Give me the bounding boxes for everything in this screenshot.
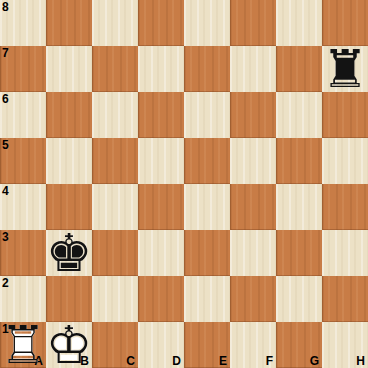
file-label-d: D	[172, 355, 181, 368]
square-e4[interactable]	[184, 184, 230, 230]
square-c5[interactable]	[92, 138, 138, 184]
rank-label-6: 6	[2, 92, 9, 106]
square-e7[interactable]	[184, 46, 230, 92]
square-g4[interactable]	[276, 184, 322, 230]
square-b5[interactable]	[46, 138, 92, 184]
black-king-glyph: ♚	[46, 230, 92, 276]
white-king-outline-glyph: ♔	[46, 322, 92, 368]
rank-label-2: 2	[2, 276, 9, 290]
square-g7[interactable]	[276, 46, 322, 92]
square-h1[interactable]: H	[322, 322, 368, 368]
square-e6[interactable]	[184, 92, 230, 138]
square-c3[interactable]	[92, 230, 138, 276]
square-b1[interactable]: B♚♔	[46, 322, 92, 368]
rank-label-4: 4	[2, 184, 9, 198]
square-a8[interactable]: 8	[0, 0, 46, 46]
file-label-c: C	[126, 355, 135, 368]
square-g2[interactable]	[276, 276, 322, 322]
square-c4[interactable]	[92, 184, 138, 230]
file-label-g: G	[310, 355, 319, 368]
square-d7[interactable]	[138, 46, 184, 92]
square-d3[interactable]	[138, 230, 184, 276]
square-f3[interactable]	[230, 230, 276, 276]
square-d6[interactable]	[138, 92, 184, 138]
black-rook-piece[interactable]: ♜	[322, 46, 368, 92]
square-c8[interactable]	[92, 0, 138, 46]
square-e5[interactable]	[184, 138, 230, 184]
file-label-e: E	[219, 355, 227, 368]
square-b3[interactable]: ♚	[46, 230, 92, 276]
square-a3[interactable]: 3	[0, 230, 46, 276]
chess-board: 87♜6543♚21A♜♖B♚♔CDEFGH	[0, 0, 368, 368]
square-h5[interactable]	[322, 138, 368, 184]
square-a7[interactable]: 7	[0, 46, 46, 92]
square-f5[interactable]	[230, 138, 276, 184]
square-f8[interactable]	[230, 0, 276, 46]
square-b8[interactable]	[46, 0, 92, 46]
rank-label-8: 8	[2, 0, 9, 14]
square-e1[interactable]: E	[184, 322, 230, 368]
square-a6[interactable]: 6	[0, 92, 46, 138]
square-b6[interactable]	[46, 92, 92, 138]
square-h4[interactable]	[322, 184, 368, 230]
square-f1[interactable]: F	[230, 322, 276, 368]
file-label-f: F	[266, 355, 273, 368]
square-e3[interactable]	[184, 230, 230, 276]
square-a5[interactable]: 5	[0, 138, 46, 184]
white-rook-outline-glyph: ♖	[0, 322, 46, 368]
square-f2[interactable]	[230, 276, 276, 322]
black-rook-glyph: ♜	[322, 46, 368, 92]
square-f4[interactable]	[230, 184, 276, 230]
square-c7[interactable]	[92, 46, 138, 92]
square-g3[interactable]	[276, 230, 322, 276]
square-g5[interactable]	[276, 138, 322, 184]
rank-label-5: 5	[2, 138, 9, 152]
rank-label-3: 3	[2, 230, 9, 244]
square-c2[interactable]	[92, 276, 138, 322]
square-d2[interactable]	[138, 276, 184, 322]
square-h3[interactable]	[322, 230, 368, 276]
square-c6[interactable]	[92, 92, 138, 138]
file-label-h: H	[356, 355, 365, 368]
square-e8[interactable]	[184, 0, 230, 46]
rank-label-7: 7	[2, 46, 9, 60]
square-d5[interactable]	[138, 138, 184, 184]
square-f6[interactable]	[230, 92, 276, 138]
square-a4[interactable]: 4	[0, 184, 46, 230]
square-d8[interactable]	[138, 0, 184, 46]
black-king-piece[interactable]: ♚	[46, 230, 92, 276]
square-d4[interactable]	[138, 184, 184, 230]
square-b7[interactable]	[46, 46, 92, 92]
square-h7[interactable]: ♜	[322, 46, 368, 92]
white-king-piece[interactable]: ♚♔	[46, 322, 92, 368]
square-c1[interactable]: C	[92, 322, 138, 368]
square-h2[interactable]	[322, 276, 368, 322]
square-f7[interactable]	[230, 46, 276, 92]
white-rook-piece[interactable]: ♜♖	[0, 322, 46, 368]
square-e2[interactable]	[184, 276, 230, 322]
square-g8[interactable]	[276, 0, 322, 46]
square-a1[interactable]: 1A♜♖	[0, 322, 46, 368]
square-g6[interactable]	[276, 92, 322, 138]
square-g1[interactable]: G	[276, 322, 322, 368]
square-d1[interactable]: D	[138, 322, 184, 368]
